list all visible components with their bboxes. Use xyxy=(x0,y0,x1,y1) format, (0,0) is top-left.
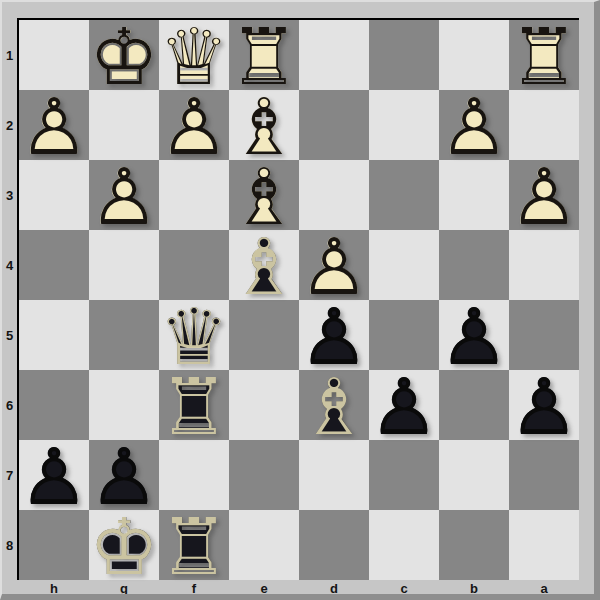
square-g6[interactable] xyxy=(89,370,159,440)
pawn-glyph-outline: ♙ xyxy=(439,298,509,376)
square-a3[interactable]: ♟♙ xyxy=(509,160,579,230)
piece-white-bishop[interactable]: ♝♗ xyxy=(229,90,299,160)
rank-label-3: 3 xyxy=(2,160,17,230)
file-label-e: e xyxy=(229,581,299,596)
file-label-c: c xyxy=(369,581,439,596)
piece-white-pawn[interactable]: ♟♙ xyxy=(89,160,159,230)
bishop-glyph-outline: ♗ xyxy=(299,368,369,446)
piece-black-pawn[interactable]: ♟♙ xyxy=(299,300,369,370)
square-d5[interactable]: ♟♙ xyxy=(299,300,369,370)
rank-label-4: 4 xyxy=(2,230,17,300)
piece-black-rook[interactable]: ♜♖ xyxy=(159,510,229,580)
rank-label-2: 2 xyxy=(2,90,17,160)
piece-black-rook[interactable]: ♜♖ xyxy=(159,370,229,440)
pawn-glyph-outline: ♙ xyxy=(159,88,229,166)
rank-label-7: 7 xyxy=(2,440,17,510)
square-f2[interactable]: ♟♙ xyxy=(159,90,229,160)
pawn-glyph-outline: ♙ xyxy=(89,158,159,236)
square-h4[interactable] xyxy=(19,230,89,300)
piece-black-pawn[interactable]: ♟♙ xyxy=(369,370,439,440)
square-h5[interactable] xyxy=(19,300,89,370)
rank-label-8: 8 xyxy=(2,510,17,580)
square-h1[interactable] xyxy=(19,20,89,90)
square-e2[interactable]: ♝♗ xyxy=(229,90,299,160)
square-e3[interactable]: ♝♗ xyxy=(229,160,299,230)
piece-white-pawn[interactable]: ♟♙ xyxy=(439,90,509,160)
square-d3[interactable] xyxy=(299,160,369,230)
rook-glyph-outline: ♖ xyxy=(509,18,579,96)
pawn-glyph-outline: ♙ xyxy=(19,438,89,516)
square-a8[interactable] xyxy=(509,510,579,580)
square-a1[interactable]: ♜♖ xyxy=(509,20,579,90)
piece-white-pawn[interactable]: ♟♙ xyxy=(159,90,229,160)
square-e8[interactable] xyxy=(229,510,299,580)
piece-black-queen[interactable]: ♛♕ xyxy=(159,300,229,370)
piece-black-pawn[interactable]: ♟♙ xyxy=(19,440,89,510)
piece-black-pawn[interactable]: ♟♙ xyxy=(439,300,509,370)
file-label-b: b xyxy=(439,581,509,596)
square-c5[interactable] xyxy=(369,300,439,370)
square-g8[interactable]: ♚♔ xyxy=(89,510,159,580)
rank-labels: 12345678 xyxy=(2,20,17,580)
piece-black-bishop[interactable]: ♝♗ xyxy=(229,230,299,300)
piece-white-pawn[interactable]: ♟♙ xyxy=(509,160,579,230)
square-c4[interactable] xyxy=(369,230,439,300)
square-h7[interactable]: ♟♙ xyxy=(19,440,89,510)
piece-white-rook[interactable]: ♜♖ xyxy=(509,20,579,90)
square-b2[interactable]: ♟♙ xyxy=(439,90,509,160)
pawn-glyph-outline: ♙ xyxy=(369,368,439,446)
square-f6[interactable]: ♜♖ xyxy=(159,370,229,440)
square-b1[interactable] xyxy=(439,20,509,90)
square-d1[interactable] xyxy=(299,20,369,90)
square-g1[interactable]: ♚♔ xyxy=(89,20,159,90)
piece-white-king[interactable]: ♚♔ xyxy=(89,20,159,90)
file-label-h: h xyxy=(19,581,89,596)
piece-black-pawn[interactable]: ♟♙ xyxy=(89,440,159,510)
rank-label-1: 1 xyxy=(2,20,17,90)
chess-diagram: 12345678 hgfedcba ♚♔♛♕♜♖♜♖♟♙♟♙♝♗♟♙♟♙♝♗♟♙… xyxy=(0,0,600,600)
chess-board: ♚♔♛♕♜♖♜♖♟♙♟♙♝♗♟♙♟♙♝♗♟♙♝♗♟♙♛♕♟♙♟♙♜♖♝♗♟♙♟♙… xyxy=(17,18,579,580)
pawn-glyph-outline: ♙ xyxy=(19,88,89,166)
square-d2[interactable] xyxy=(299,90,369,160)
square-c8[interactable] xyxy=(369,510,439,580)
square-h6[interactable] xyxy=(19,370,89,440)
bishop-glyph-outline: ♗ xyxy=(229,228,299,306)
square-d6[interactable]: ♝♗ xyxy=(299,370,369,440)
pawn-glyph-outline: ♙ xyxy=(509,158,579,236)
rank-label-6: 6 xyxy=(2,370,17,440)
piece-white-bishop[interactable]: ♝♗ xyxy=(229,160,299,230)
piece-white-pawn[interactable]: ♟♙ xyxy=(299,230,369,300)
square-f5[interactable]: ♛♕ xyxy=(159,300,229,370)
square-g7[interactable]: ♟♙ xyxy=(89,440,159,510)
square-b8[interactable] xyxy=(439,510,509,580)
piece-white-rook[interactable]: ♜♖ xyxy=(229,20,299,90)
king-glyph-outline: ♔ xyxy=(89,508,159,586)
piece-black-bishop[interactable]: ♝♗ xyxy=(299,370,369,440)
square-f1[interactable]: ♛♕ xyxy=(159,20,229,90)
square-d4[interactable]: ♟♙ xyxy=(299,230,369,300)
piece-black-king[interactable]: ♚♔ xyxy=(89,510,159,580)
square-g5[interactable] xyxy=(89,300,159,370)
square-e7[interactable] xyxy=(229,440,299,510)
file-label-d: d xyxy=(299,581,369,596)
piece-white-pawn[interactable]: ♟♙ xyxy=(19,90,89,160)
square-b4[interactable] xyxy=(439,230,509,300)
square-e1[interactable]: ♜♖ xyxy=(229,20,299,90)
pawn-glyph-outline: ♙ xyxy=(439,88,509,166)
square-h2[interactable]: ♟♙ xyxy=(19,90,89,160)
rank-label-5: 5 xyxy=(2,300,17,370)
square-f4[interactable] xyxy=(159,230,229,300)
piece-white-queen[interactable]: ♛♕ xyxy=(159,20,229,90)
square-c3[interactable] xyxy=(369,160,439,230)
piece-black-pawn[interactable]: ♟♙ xyxy=(509,370,579,440)
file-label-a: a xyxy=(509,581,579,596)
king-glyph-outline: ♔ xyxy=(89,18,159,96)
square-d8[interactable] xyxy=(299,510,369,580)
square-b5[interactable]: ♟♙ xyxy=(439,300,509,370)
square-e4[interactable]: ♝♗ xyxy=(229,230,299,300)
square-c1[interactable] xyxy=(369,20,439,90)
rook-glyph-outline: ♖ xyxy=(159,368,229,446)
square-f8[interactable]: ♜♖ xyxy=(159,510,229,580)
square-c2[interactable] xyxy=(369,90,439,160)
square-b7[interactable] xyxy=(439,440,509,510)
square-g3[interactable]: ♟♙ xyxy=(89,160,159,230)
square-a5[interactable] xyxy=(509,300,579,370)
square-e6[interactable] xyxy=(229,370,299,440)
square-a6[interactable]: ♟♙ xyxy=(509,370,579,440)
square-c6[interactable]: ♟♙ xyxy=(369,370,439,440)
rook-glyph-outline: ♖ xyxy=(159,508,229,586)
pawn-glyph-outline: ♙ xyxy=(509,368,579,446)
